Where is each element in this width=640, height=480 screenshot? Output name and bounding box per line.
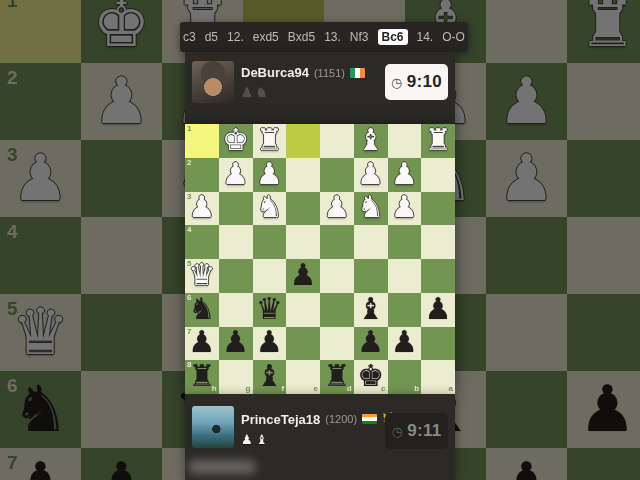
clock-icon: ◷ (392, 424, 404, 439)
blurred-watermark (188, 460, 256, 474)
white-king[interactable]: ♚ (222, 125, 249, 155)
ireland-flag-icon (350, 68, 365, 78)
square-h1[interactable]: 1 (185, 124, 219, 158)
white-knight[interactable]: ♞ (357, 192, 384, 222)
captured-knight-icon: ♞ (256, 86, 268, 99)
clock-time: 9:10 (407, 72, 442, 92)
square-h5[interactable]: 5♛ (185, 259, 219, 293)
square-g4[interactable] (219, 225, 253, 259)
black-pawn[interactable]: ♟ (188, 327, 215, 357)
square-f3[interactable]: ♞ (253, 192, 287, 226)
square-h2[interactable]: 2 (185, 158, 219, 192)
square-a1[interactable]: ♜ (567, 0, 640, 63)
square-h4[interactable]: 4 (0, 217, 81, 294)
move-token[interactable]: Bxd5 (288, 30, 315, 44)
move-list-bar[interactable]: c3d512.exd5Bxd513.Nf3Bc614.O-OBd615.B (180, 22, 468, 52)
square-a7[interactable] (421, 327, 455, 361)
square-f2[interactable]: ♟ (253, 158, 287, 192)
square-d6[interactable] (320, 293, 354, 327)
square-h7[interactable]: 7♟ (0, 448, 81, 480)
square-g7[interactable]: ♟ (81, 448, 162, 480)
square-e5[interactable]: ♟ (286, 259, 320, 293)
square-d7[interactable] (320, 327, 354, 361)
square-c7[interactable]: ♟ (354, 327, 388, 361)
square-g3[interactable] (81, 140, 162, 217)
square-c1[interactable]: ♝ (354, 124, 388, 158)
square-e8[interactable]: e (286, 360, 320, 394)
square-g2[interactable]: ♟ (219, 158, 253, 192)
square-b3[interactable]: ♟ (388, 192, 422, 226)
square-a4[interactable] (421, 225, 455, 259)
white-pawn[interactable]: ♟ (498, 146, 555, 210)
white-king[interactable]: ♚ (93, 0, 150, 56)
square-a2[interactable] (567, 63, 640, 140)
captured-pieces-tray: ♟♞ (241, 86, 267, 99)
rank-label: 2 (7, 68, 18, 87)
square-b7[interactable]: ♟ (486, 448, 567, 480)
square-f8[interactable]: f♝ (253, 360, 287, 394)
square-e3[interactable] (286, 192, 320, 226)
rank-label: 4 (187, 226, 191, 234)
black-pawn[interactable]: ♟ (12, 454, 69, 480)
square-c4[interactable] (354, 225, 388, 259)
square-b2[interactable]: ♟ (486, 63, 567, 140)
move-token[interactable]: Nf3 (350, 30, 369, 44)
india-flag-icon (362, 414, 377, 424)
square-e7[interactable] (286, 327, 320, 361)
white-pawn[interactable]: ♟ (391, 192, 418, 222)
file-label: b (414, 385, 419, 393)
player-name: PrinceTeja18 (241, 412, 320, 427)
square-b2[interactable]: ♟ (388, 158, 422, 192)
square-e2[interactable] (286, 158, 320, 192)
avatar[interactable] (192, 406, 234, 448)
captured-pawn-icon: ♟ (241, 86, 253, 99)
chess-board[interactable]: 1♚♜♝♜2♟♟♟♟3♟♞♟♞♟45♛♟6♞♛♝♟7♟♟♟♟♟8h♜gf♝ed♜… (185, 124, 455, 394)
square-b1[interactable] (388, 124, 422, 158)
black-bishop[interactable]: ♝ (256, 361, 283, 391)
square-h2[interactable]: 2 (0, 63, 81, 140)
square-b4[interactable] (388, 225, 422, 259)
black-queen[interactable]: ♛ (256, 294, 283, 324)
white-pawn[interactable]: ♟ (256, 159, 283, 189)
black-bishop[interactable]: ♝ (357, 294, 384, 324)
black-pawn[interactable]: ♟ (290, 260, 317, 290)
square-c3[interactable]: ♞ (354, 192, 388, 226)
black-knight[interactable]: ♞ (12, 377, 69, 441)
square-h6[interactable]: 6♞ (185, 293, 219, 327)
square-d4[interactable] (320, 225, 354, 259)
player-card-white: DeBurca94 (1151) ♟♞ ◷ 9:10 (185, 52, 455, 124)
square-g7[interactable]: ♟ (219, 327, 253, 361)
square-a5[interactable] (567, 294, 640, 371)
square-h3[interactable]: 3♟ (185, 192, 219, 226)
current-move[interactable]: Bc6 (378, 29, 408, 45)
white-rook[interactable]: ♜ (425, 125, 452, 155)
square-h7[interactable]: 7♟ (185, 327, 219, 361)
move-token[interactable]: c3 (183, 30, 196, 44)
square-d1[interactable] (320, 124, 354, 158)
white-pawn[interactable]: ♟ (188, 192, 215, 222)
clock-icon: ◷ (391, 75, 403, 90)
square-d2[interactable] (320, 158, 354, 192)
square-f5[interactable] (253, 259, 287, 293)
square-g4[interactable] (81, 217, 162, 294)
square-e4[interactable] (286, 225, 320, 259)
white-queen[interactable]: ♛ (188, 260, 215, 290)
move-token[interactable]: d5 (205, 30, 218, 44)
square-b7[interactable]: ♟ (388, 327, 422, 361)
square-h4[interactable]: 4 (185, 225, 219, 259)
white-pawn[interactable]: ♟ (357, 159, 384, 189)
square-d3[interactable]: ♟ (320, 192, 354, 226)
black-pawn[interactable]: ♟ (579, 377, 636, 441)
square-g5[interactable] (81, 294, 162, 371)
clock-time: 9:11 (407, 421, 441, 441)
rank-label: 1 (7, 0, 18, 10)
black-knight[interactable]: ♞ (188, 294, 215, 324)
square-h3[interactable]: 3♟ (0, 140, 81, 217)
white-pawn[interactable]: ♟ (498, 69, 555, 133)
square-f6[interactable]: ♛ (253, 293, 287, 327)
square-h6[interactable]: 6♞ (0, 371, 81, 448)
move-token[interactable]: 14. (417, 30, 434, 44)
square-f7[interactable]: ♟ (253, 327, 287, 361)
black-rook[interactable]: ♜ (188, 361, 215, 391)
white-bishop[interactable]: ♝ (357, 125, 384, 155)
square-a2[interactable] (421, 158, 455, 192)
square-a5[interactable] (421, 259, 455, 293)
player-rating: (1151) (314, 67, 345, 79)
square-b6[interactable] (388, 293, 422, 327)
square-g6[interactable] (219, 293, 253, 327)
rank-label: 1 (187, 125, 191, 133)
square-d8[interactable]: d♜ (320, 360, 354, 394)
white-clock: ◷ 9:10 (385, 64, 448, 100)
black-pawn[interactable]: ♟ (391, 327, 418, 357)
square-a4[interactable] (567, 217, 640, 294)
file-label: a (449, 385, 453, 393)
black-rook[interactable]: ♜ (323, 361, 350, 391)
square-g3[interactable] (219, 192, 253, 226)
white-rook[interactable]: ♜ (579, 0, 636, 56)
square-c2[interactable]: ♟ (354, 158, 388, 192)
square-b1[interactable] (486, 0, 567, 63)
white-rook[interactable]: ♜ (256, 125, 283, 155)
white-pawn[interactable]: ♟ (12, 146, 69, 210)
black-pawn[interactable]: ♟ (498, 454, 555, 480)
square-a6[interactable]: ♟ (567, 371, 640, 448)
square-a8[interactable]: a (421, 360, 455, 394)
square-g6[interactable] (81, 371, 162, 448)
rank-label: 2 (187, 159, 191, 167)
white-queen[interactable]: ♛ (12, 300, 69, 364)
player-rating: (1200) (325, 413, 357, 425)
move-token[interactable]: exd5 (253, 30, 279, 44)
square-e1[interactable] (286, 124, 320, 158)
black-clock: ◷ 9:11 (385, 413, 448, 449)
white-pawn[interactable]: ♟ (93, 69, 150, 133)
square-b5[interactable] (388, 259, 422, 293)
square-b8[interactable]: b (388, 360, 422, 394)
move-token[interactable]: O-O (442, 30, 465, 44)
white-pawn[interactable]: ♟ (391, 159, 418, 189)
move-token[interactable]: 12. (227, 30, 244, 44)
square-g2[interactable]: ♟ (81, 63, 162, 140)
rank-label: 4 (7, 222, 18, 241)
black-pawn[interactable]: ♟ (256, 327, 283, 357)
black-pawn[interactable]: ♟ (357, 327, 384, 357)
captured-pawn-icon: ♟ (241, 433, 253, 446)
square-b3[interactable]: ♟ (486, 140, 567, 217)
captured-pieces-tray: ♟♝ (241, 433, 267, 446)
captured-bishop-icon: ♝ (256, 433, 268, 446)
square-h5[interactable]: 5♛ (0, 294, 81, 371)
square-h1[interactable]: 1 (0, 0, 81, 63)
black-pawn[interactable]: ♟ (222, 327, 249, 357)
square-b6[interactable] (486, 371, 567, 448)
square-a3[interactable] (421, 192, 455, 226)
file-label: e (314, 385, 318, 393)
square-g1[interactable]: ♚ (81, 0, 162, 63)
square-g1[interactable]: ♚ (219, 124, 253, 158)
square-a3[interactable] (567, 140, 640, 217)
square-g8[interactable]: g (219, 360, 253, 394)
square-c6[interactable]: ♝ (354, 293, 388, 327)
square-b4[interactable] (486, 217, 567, 294)
square-e6[interactable] (286, 293, 320, 327)
white-pawn[interactable]: ♟ (323, 192, 350, 222)
avatar[interactable] (192, 61, 234, 103)
square-f4[interactable] (253, 225, 287, 259)
square-c5[interactable] (354, 259, 388, 293)
move-token[interactable]: 13. (324, 30, 341, 44)
square-a7[interactable] (567, 448, 640, 480)
square-h8[interactable]: 8h♜ (185, 360, 219, 394)
square-f1[interactable]: ♜ (253, 124, 287, 158)
black-pawn[interactable]: ♟ (93, 454, 150, 480)
file-label: g (246, 385, 251, 393)
square-a6[interactable]: ♟ (421, 293, 455, 327)
square-d5[interactable] (320, 259, 354, 293)
black-pawn[interactable]: ♟ (425, 294, 452, 324)
player-name: DeBurca94 (241, 65, 309, 80)
square-b5[interactable] (486, 294, 567, 371)
square-g5[interactable] (219, 259, 253, 293)
square-c8[interactable]: c♚ (354, 360, 388, 394)
square-a1[interactable]: ♜ (421, 124, 455, 158)
black-king[interactable]: ♚ (357, 361, 384, 391)
white-knight[interactable]: ♞ (256, 192, 283, 222)
white-pawn[interactable]: ♟ (222, 159, 249, 189)
